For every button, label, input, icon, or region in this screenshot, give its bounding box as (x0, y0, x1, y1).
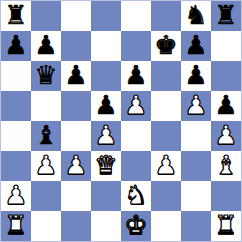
square-a1[interactable]: ♜ (1, 211, 31, 241)
square-a3[interactable] (1, 151, 31, 181)
black-queen-icon: ♛ (34, 61, 57, 90)
black-king-icon: ♚ (154, 31, 177, 60)
square-e1[interactable]: ♚ (121, 211, 151, 241)
white-pawn-icon: ♟ (64, 151, 87, 180)
black-pawn-icon: ♟ (184, 31, 207, 60)
black-pawn-icon: ♟ (64, 61, 87, 90)
square-c8[interactable] (61, 1, 91, 31)
black-bishop-icon: ♝ (34, 121, 57, 150)
square-b6[interactable]: ♛ (31, 61, 61, 91)
square-b4[interactable]: ♝ (31, 121, 61, 151)
white-pawn-icon: ♟ (154, 151, 177, 180)
square-g1[interactable] (181, 211, 211, 241)
black-knight-icon: ♞ (184, 1, 207, 30)
square-g8[interactable]: ♞ (181, 1, 211, 31)
square-g6[interactable]: ♟ (181, 61, 211, 91)
square-c2[interactable] (61, 181, 91, 211)
square-c4[interactable] (61, 121, 91, 151)
black-pawn-icon: ♟ (4, 31, 27, 60)
square-g7[interactable]: ♟ (181, 31, 211, 61)
square-e2[interactable]: ♞ (121, 181, 151, 211)
white-pawn-icon: ♟ (94, 121, 117, 150)
white-queen-icon: ♛ (94, 151, 117, 180)
square-d6[interactable] (91, 61, 121, 91)
square-d8[interactable] (91, 1, 121, 31)
black-pawn-icon: ♟ (94, 91, 117, 120)
square-a8[interactable]: ♜ (1, 1, 31, 31)
black-pawn-icon: ♟ (34, 31, 57, 60)
square-d7[interactable] (91, 31, 121, 61)
white-pawn-icon: ♟ (4, 181, 27, 210)
square-h1[interactable]: ♜ (211, 211, 241, 241)
chess-board: ♜♞♜♟♟♚♟♛♟♟♟♟♟♟♟♝♟♟♟♟♛♟♝♟♞♜♚♜ (0, 0, 242, 242)
square-f6[interactable] (151, 61, 181, 91)
square-a7[interactable]: ♟ (1, 31, 31, 61)
square-f2[interactable] (151, 181, 181, 211)
square-e6[interactable]: ♟ (121, 61, 151, 91)
square-a6[interactable] (1, 61, 31, 91)
square-b5[interactable] (31, 91, 61, 121)
white-bishop-icon: ♝ (214, 151, 237, 180)
square-e5[interactable]: ♟ (121, 91, 151, 121)
square-a5[interactable] (1, 91, 31, 121)
square-e3[interactable] (121, 151, 151, 181)
square-c6[interactable]: ♟ (61, 61, 91, 91)
white-king-icon: ♚ (124, 211, 147, 240)
square-e8[interactable] (121, 1, 151, 31)
square-g3[interactable] (181, 151, 211, 181)
white-pawn-icon: ♟ (214, 121, 237, 150)
black-rook-icon: ♜ (4, 1, 27, 30)
square-f5[interactable] (151, 91, 181, 121)
square-h2[interactable] (211, 181, 241, 211)
square-c7[interactable] (61, 31, 91, 61)
square-h5[interactable]: ♟ (211, 91, 241, 121)
square-d2[interactable] (91, 181, 121, 211)
black-pawn-icon: ♟ (124, 61, 147, 90)
white-pawn-icon: ♟ (34, 151, 57, 180)
square-b2[interactable] (31, 181, 61, 211)
square-g2[interactable] (181, 181, 211, 211)
square-e7[interactable] (121, 31, 151, 61)
square-h3[interactable]: ♝ (211, 151, 241, 181)
white-pawn-icon: ♟ (184, 91, 207, 120)
square-h7[interactable] (211, 31, 241, 61)
square-b3[interactable]: ♟ (31, 151, 61, 181)
square-c1[interactable] (61, 211, 91, 241)
square-g5[interactable]: ♟ (181, 91, 211, 121)
square-b8[interactable] (31, 1, 61, 31)
square-f4[interactable] (151, 121, 181, 151)
square-f3[interactable]: ♟ (151, 151, 181, 181)
black-pawn-icon: ♟ (214, 91, 237, 120)
square-a2[interactable]: ♟ (1, 181, 31, 211)
white-knight-icon: ♞ (124, 181, 147, 210)
square-f1[interactable] (151, 211, 181, 241)
white-rook-icon: ♜ (214, 211, 237, 240)
square-e4[interactable] (121, 121, 151, 151)
square-f7[interactable]: ♚ (151, 31, 181, 61)
square-g4[interactable] (181, 121, 211, 151)
square-d4[interactable]: ♟ (91, 121, 121, 151)
black-pawn-icon: ♟ (184, 61, 207, 90)
square-b7[interactable]: ♟ (31, 31, 61, 61)
white-rook-icon: ♜ (4, 211, 27, 240)
square-h8[interactable]: ♜ (211, 1, 241, 31)
square-c5[interactable] (61, 91, 91, 121)
square-f8[interactable] (151, 1, 181, 31)
square-d5[interactable]: ♟ (91, 91, 121, 121)
black-rook-icon: ♜ (214, 1, 237, 30)
square-h4[interactable]: ♟ (211, 121, 241, 151)
square-d1[interactable] (91, 211, 121, 241)
square-b1[interactable] (31, 211, 61, 241)
white-pawn-icon: ♟ (124, 91, 147, 120)
square-d3[interactable]: ♛ (91, 151, 121, 181)
square-a4[interactable] (1, 121, 31, 151)
square-c3[interactable]: ♟ (61, 151, 91, 181)
square-h6[interactable] (211, 61, 241, 91)
